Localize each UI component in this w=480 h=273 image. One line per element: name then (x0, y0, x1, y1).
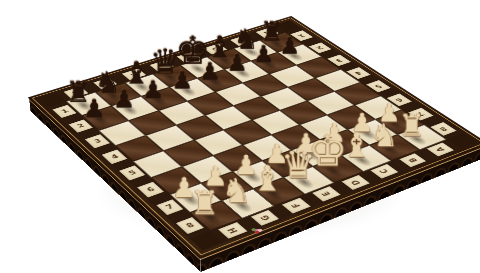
coordinate-label: D (342, 175, 370, 190)
white-knight-g8: ♞ (222, 174, 252, 207)
white-knight-b8: ♞ (370, 120, 398, 151)
coordinate-label: A (426, 142, 453, 156)
chess-set-photo: 12345678A♜♟♟♜AB♞♟♟♞BC♝♟♟♝CD♚♟♟♚DE♛♟♟♛EF♝… (0, 0, 480, 273)
coordinate-label: 5 (119, 165, 146, 180)
coordinate-label: 3 (327, 54, 351, 66)
black-pawn-a2: ♟ (280, 34, 301, 57)
black-pawn-b2: ♟ (254, 43, 275, 66)
black-pawn-c2: ♟ (227, 51, 248, 75)
white-bishop-f8: ♝ (252, 161, 283, 196)
coordinate-label: E (312, 186, 341, 202)
coordinate-label: 3 (85, 134, 110, 148)
white-queen-e8: ♛ (280, 145, 315, 184)
white-rook-a8: ♜ (398, 111, 425, 141)
black-pawn-g2: ♟ (113, 87, 135, 112)
black-pawn-f2: ♟ (143, 78, 165, 102)
white-rook-h8: ♜ (190, 187, 219, 219)
coordinate-label: B (399, 153, 427, 167)
black-pawn-h2: ♟ (83, 96, 105, 121)
black-pawn-d2: ♟ (199, 60, 220, 84)
black-pawn-e2: ♟ (171, 69, 193, 93)
square-c5 (280, 101, 327, 125)
coordinate-label: C (371, 164, 399, 179)
